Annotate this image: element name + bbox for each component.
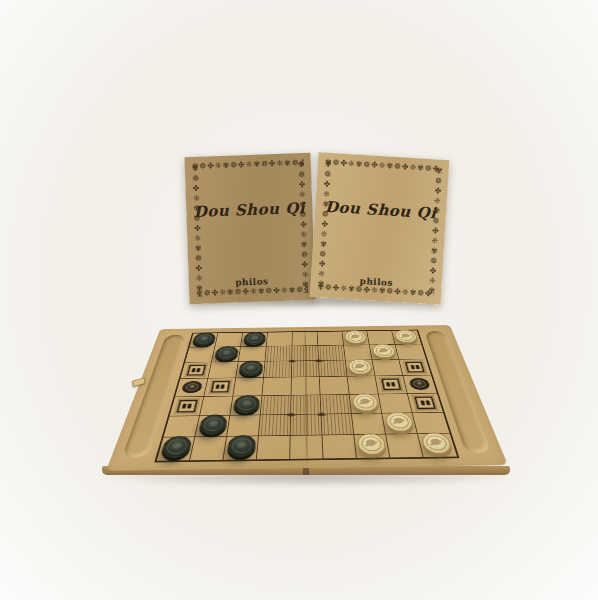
cell-9-5 [408,393,443,413]
piece-dark-cat [198,414,228,434]
cell-3-2 [239,347,267,362]
ornament-border-right: ✾❁✤❈✾❁✤❈✾❁✤❈✾❁✤❈✾❁✤❈✾❁✤❈✾❁✤❈✾❁✤❈✾❁✤❈✾❁✤❈ [296,160,311,293]
cell-7-2 [344,345,373,360]
cell-7-4 [348,376,379,394]
product-photo: ✾❁✤❈✾❁✤❈✾❁✤❈✾❁✤❈✾❁✤❈✾❁✤❈✾❁✤❈✾❁✤❈✾❁✤❈✾❁✤❈… [0,0,598,600]
cell-1-3 [180,362,212,379]
cell-1-4 [175,379,208,397]
trap-emblem [405,362,425,373]
cell-2-7 [190,437,227,461]
cell-8-4 [375,376,407,394]
water-cell-6-3 [319,361,348,378]
water-cell-5-3 [292,361,320,378]
cell-9-6 [413,412,450,433]
cell-7-5 [350,394,383,414]
trap-emblem [186,365,206,376]
cell-2-2 [212,347,241,362]
cell-9-4 [403,376,437,394]
piece-dark-dog [214,346,239,360]
den-emblem [408,378,431,390]
piece-dark-rat [243,332,266,345]
cell-2-5 [200,396,233,416]
cell-8-2 [370,345,400,360]
piece-light-dog [384,412,415,432]
piece-light-rat [356,434,387,456]
cell-1-2 [185,347,215,362]
water-cell-5-6 [291,414,323,436]
cell-7-6 [352,413,386,434]
ornament-border-top: ✾❁✤❈✾❁✤❈✾❁✤❈✾❁✤❈✾❁✤❈✾❁✤❈✾❁✤❈✾❁✤❈✾❁✤❈✾❁✤❈ [325,158,442,175]
trap-emblem [210,381,230,393]
cell-8-5 [379,394,413,414]
cell-3-3 [236,362,265,379]
cell-5-1 [292,332,318,346]
piece-dark-wolf [232,395,259,413]
cell-1-7 [157,437,196,461]
cell-7-7 [354,434,390,458]
piece-light-cat [371,344,396,358]
ornament-border-right: ✾❁✤❈✾❁✤❈✾❁✤❈✾❁✤❈✾❁✤❈✾❁✤❈✾❁✤❈✾❁✤❈✾❁✤❈✾❁✤❈ [426,166,444,297]
piece-light-tiger [394,330,419,343]
cell-9-1 [392,330,421,344]
cell-2-4 [204,378,236,396]
cell-3-6 [227,415,261,437]
cell-5-4 [291,377,320,395]
cell-3-4 [233,378,264,396]
cell-5-7 [290,435,323,459]
water-cell-4-5 [261,395,292,415]
board-scene [106,325,508,471]
cell-4-4 [262,378,291,396]
cell-9-7 [418,433,457,457]
cell-8-3 [372,360,403,377]
cell-2-6 [195,415,230,437]
box-lid-right: ✾❁✤❈✾❁✤❈✾❁✤❈✾❁✤❈✾❁✤❈✾❁✤❈✾❁✤❈✾❁✤❈✾❁✤❈✾❁✤❈… [310,152,450,305]
piece-light-leopard [351,393,379,411]
den-emblem [180,381,202,393]
cell-7-3 [346,360,376,377]
box-lid-left: ✾❁✤❈✾❁✤❈✾❁✤❈✾❁✤❈✾❁✤❈✾❁✤❈✾❁✤❈✾❁✤❈✾❁✤❈✾❁✤❈… [184,153,315,304]
piece-dark-tiger [159,436,192,458]
trap-emblem [414,396,436,409]
piece-dark-elephant [226,435,256,457]
cell-2-3 [208,362,238,379]
water-cell-5-2 [292,346,319,361]
cell-4-7 [257,436,291,460]
cell-6-7 [322,435,356,459]
cell-3-1 [241,333,268,347]
board-grid [154,330,459,463]
cell-1-1 [189,333,218,347]
water-cell-6-2 [318,345,346,360]
water-cell-4-6 [259,415,291,437]
cell-1-5 [170,397,205,417]
ornament-border-top: ✾❁✤❈✾❁✤❈✾❁✤❈✾❁✤❈✾❁✤❈✾❁✤❈✾❁✤❈✾❁✤❈✾❁✤❈✾❁✤❈ [192,158,304,172]
water-cell-5-5 [291,395,321,415]
cell-7-1 [342,331,369,345]
cell-9-3 [399,359,431,376]
water-cell-4-2 [265,346,292,361]
cell-9-2 [395,344,426,359]
cell-6-4 [320,377,350,395]
cell-4-1 [267,332,293,346]
piece-light-elephant [344,330,367,343]
water-cell-4-3 [264,361,292,378]
ornament-border-left: ✾❁✤❈✾❁✤❈✾❁✤❈✾❁✤❈✾❁✤❈✾❁✤❈✾❁✤❈✾❁✤❈✾❁✤❈✾❁✤❈ [190,164,205,297]
piece-light-lion [420,433,454,455]
trap-emblem [176,400,198,413]
cell-8-1 [367,331,395,345]
water-cell-6-6 [321,414,354,436]
piece-light-wolf [347,359,372,374]
trap-emblem [381,379,401,391]
water-cell-6-5 [321,394,352,414]
cell-3-5 [230,396,262,416]
ornament-border-left: ✾❁✤❈✾❁✤❈✾❁✤❈✾❁✤❈✾❁✤❈✾❁✤❈✾❁✤❈✾❁✤❈✾❁✤❈✾❁✤❈ [315,159,333,290]
cell-1-6 [163,416,199,438]
piece-dark-lion [191,333,216,346]
piece-dark-leopard [238,361,263,376]
cell-2-1 [215,333,243,347]
cell-6-1 [318,332,344,346]
cell-3-7 [223,436,258,460]
